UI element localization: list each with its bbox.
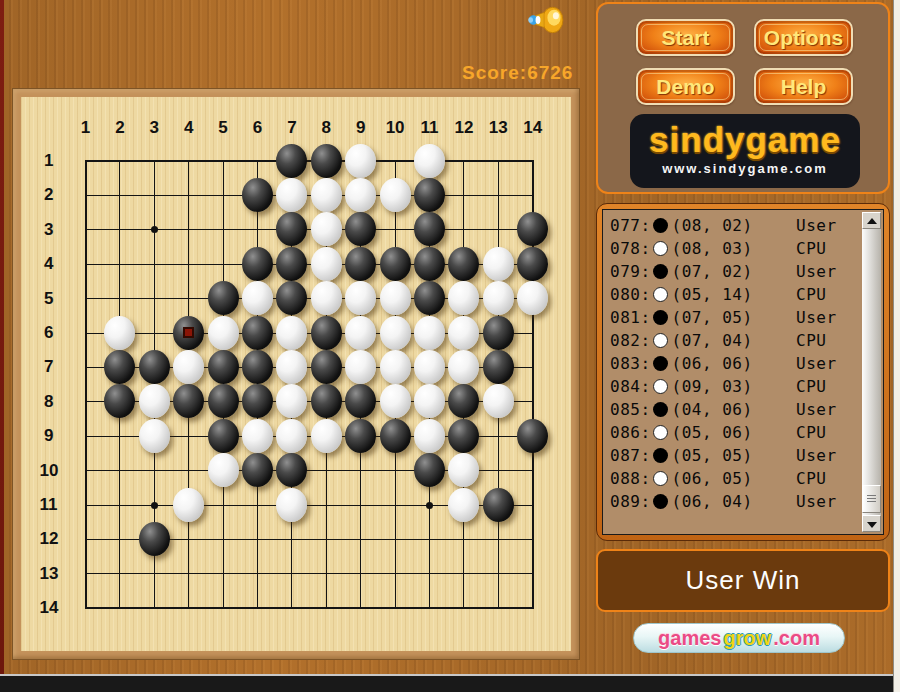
black-stone: [208, 419, 239, 453]
white-stone: [380, 178, 411, 212]
grid-line-horizontal: [85, 195, 534, 196]
scrollbar[interactable]: [862, 212, 881, 532]
black-stone: [276, 247, 307, 281]
options-button[interactable]: Options: [754, 19, 853, 56]
white-stone: [208, 453, 239, 487]
sindygame-logo[interactable]: sindygame www.sindygame.com: [630, 114, 860, 188]
white-stone: [276, 488, 307, 522]
row-label: 1: [40, 151, 68, 171]
move-coordinates: (06, 04): [672, 492, 753, 511]
move-coordinates: (06, 05): [672, 469, 753, 488]
move-number: 086:: [610, 421, 651, 444]
black-stone: [276, 144, 307, 178]
row-label: 5: [40, 289, 68, 309]
move-row[interactable]: 086:(05, 06)CPU: [603, 421, 883, 444]
move-number: 079:: [610, 260, 651, 283]
last-move-marker: [183, 327, 194, 338]
black-stone-icon: [653, 310, 668, 325]
black-stone: [448, 247, 479, 281]
row-label: 2: [40, 185, 68, 205]
white-stone: [380, 316, 411, 350]
black-stone: [380, 419, 411, 453]
row-label: 4: [40, 254, 68, 274]
black-stone: [483, 350, 514, 384]
column-label: 14: [519, 118, 547, 138]
move-coordinates: (07, 04): [672, 331, 753, 350]
black-stone: [414, 212, 445, 246]
white-stone: [208, 316, 239, 350]
white-stone: [276, 178, 307, 212]
black-stone: [208, 281, 239, 315]
move-coordinates: (08, 02): [672, 216, 753, 235]
gamesgrow-games-text: games: [658, 627, 721, 649]
black-stone: [517, 247, 548, 281]
gomoku-board[interactable]: 12345678910111213141234567891011121314: [21, 97, 571, 651]
column-label: 1: [72, 118, 100, 138]
start-button[interactable]: Start: [636, 19, 735, 56]
move-number: 084:: [610, 375, 651, 398]
white-stone: [448, 316, 479, 350]
move-player: User: [796, 398, 837, 421]
row-label: 3: [40, 220, 68, 240]
black-stone: [276, 281, 307, 315]
white-stone: [173, 488, 204, 522]
arrow-down-icon: [867, 522, 877, 528]
white-stone: [311, 247, 342, 281]
move-player: User: [796, 444, 837, 467]
white-stone: [311, 178, 342, 212]
black-stone-icon: [653, 448, 668, 463]
black-stone: [276, 212, 307, 246]
move-player: CPU: [796, 467, 826, 490]
black-stone-icon: [653, 264, 668, 279]
column-label: 2: [106, 118, 134, 138]
white-stone-icon: [653, 471, 668, 486]
black-stone-icon: [653, 218, 668, 233]
move-number: 088:: [610, 467, 651, 490]
black-stone: [242, 178, 273, 212]
move-player: CPU: [796, 329, 826, 352]
white-stone: [345, 281, 376, 315]
white-stone: [483, 281, 514, 315]
column-label: 6: [244, 118, 272, 138]
row-label: 14: [40, 598, 68, 618]
move-player: CPU: [796, 421, 826, 444]
black-stone: [345, 212, 376, 246]
black-stone: [345, 419, 376, 453]
white-stone: [380, 384, 411, 418]
move-number: 080:: [610, 283, 651, 306]
black-stone: [345, 247, 376, 281]
white-stone: [517, 281, 548, 315]
black-stone: [414, 247, 445, 281]
white-stone: [242, 281, 273, 315]
black-stone: [414, 178, 445, 212]
row-label: 9: [40, 426, 68, 446]
white-stone: [242, 419, 273, 453]
move-rows-container: 077:(08, 02)User078:(08, 03)CPU079:(07, …: [603, 210, 883, 513]
move-row[interactable]: 087:(05, 05)User: [603, 444, 883, 467]
grid-line-horizontal: [85, 607, 534, 609]
white-stone: [448, 453, 479, 487]
white-stone: [276, 316, 307, 350]
move-coordinates: (07, 05): [672, 308, 753, 327]
white-stone: [139, 419, 170, 453]
star-point: [151, 226, 158, 233]
move-player: User: [796, 214, 837, 237]
move-coordinates: (07, 02): [672, 262, 753, 281]
board-frame: 12345678910111213141234567891011121314: [12, 88, 580, 660]
column-label: 12: [450, 118, 478, 138]
column-label: 7: [278, 118, 306, 138]
white-stone: [414, 384, 445, 418]
white-stone: [483, 384, 514, 418]
white-stone-icon: [653, 333, 668, 348]
sindygame-logo-title: sindygame: [630, 120, 860, 160]
scrollbar-down-button[interactable]: [862, 515, 881, 532]
black-stone: [104, 350, 135, 384]
row-label: 8: [40, 392, 68, 412]
white-stone: [380, 350, 411, 384]
white-stone: [276, 384, 307, 418]
white-stone: [345, 350, 376, 384]
move-row[interactable]: 083:(06, 06)User: [603, 352, 883, 375]
column-label: 8: [312, 118, 340, 138]
black-stone: [173, 384, 204, 418]
move-player: User: [796, 260, 837, 283]
demo-button[interactable]: Demo: [636, 68, 735, 105]
white-stone: [448, 281, 479, 315]
black-stone: [483, 488, 514, 522]
black-stone: [276, 453, 307, 487]
move-player: CPU: [796, 283, 826, 306]
grid-line-vertical: [85, 160, 87, 609]
black-stone: [414, 453, 445, 487]
move-row[interactable]: 085:(04, 06)User: [603, 398, 883, 421]
move-coordinates: (09, 03): [672, 377, 753, 396]
sound-toggle-button[interactable]: [527, 4, 565, 36]
arrow-up-icon: [867, 218, 877, 224]
move-coordinates: (05, 06): [672, 423, 753, 442]
black-stone: [104, 384, 135, 418]
black-stone: [517, 419, 548, 453]
right-edge-strip: [893, 0, 900, 692]
row-label: 11: [40, 495, 68, 515]
white-stone: [276, 419, 307, 453]
black-stone: [448, 384, 479, 418]
white-stone: [448, 350, 479, 384]
white-stone-icon: [653, 379, 668, 394]
white-stone: [311, 212, 342, 246]
white-stone: [414, 419, 445, 453]
row-label: 7: [40, 357, 68, 377]
left-edge-strip: [0, 0, 4, 676]
move-row[interactable]: 078:(08, 03)CPU: [603, 237, 883, 260]
gamesgrow-grow-text: grow: [723, 627, 771, 649]
star-point: [151, 502, 158, 509]
scrollbar-thumb[interactable]: [862, 485, 881, 513]
white-stone-icon: [653, 287, 668, 302]
white-stone: [345, 144, 376, 178]
move-player: User: [796, 352, 837, 375]
black-stone: [448, 419, 479, 453]
black-stone-icon: [653, 402, 668, 417]
row-label: 10: [40, 461, 68, 481]
black-stone: [414, 281, 445, 315]
move-player: User: [796, 490, 837, 513]
gamesgrow-logo[interactable]: gamesgrow.com: [633, 623, 845, 653]
white-stone: [311, 281, 342, 315]
white-stone: [311, 419, 342, 453]
black-stone: [242, 453, 273, 487]
column-label: 3: [140, 118, 168, 138]
black-stone: [139, 350, 170, 384]
row-label: 13: [40, 564, 68, 584]
white-stone: [345, 316, 376, 350]
move-row[interactable]: 077:(08, 02)User: [603, 214, 883, 237]
black-stone: [311, 316, 342, 350]
white-stone: [414, 316, 445, 350]
black-stone: [311, 384, 342, 418]
move-player: CPU: [796, 237, 826, 260]
white-stone: [345, 178, 376, 212]
black-stone: [483, 316, 514, 350]
move-row[interactable]: 080:(05, 14)CPU: [603, 283, 883, 306]
row-label: 6: [40, 323, 68, 343]
bottom-black-bar: [0, 674, 900, 692]
row-label: 12: [40, 529, 68, 549]
move-coordinates: (05, 05): [672, 446, 753, 465]
column-label: 5: [209, 118, 237, 138]
move-number: 085:: [610, 398, 651, 421]
black-stone: [345, 384, 376, 418]
black-stone: [242, 350, 273, 384]
black-stone: [208, 350, 239, 384]
column-label: 4: [175, 118, 203, 138]
black-stone-icon: [653, 494, 668, 509]
black-stone: [242, 384, 273, 418]
sindygame-logo-url: www.sindygame.com: [630, 161, 860, 176]
score-display: Score:6726: [462, 62, 582, 84]
move-coordinates: (08, 03): [672, 239, 753, 258]
black-stone: [242, 316, 273, 350]
move-row[interactable]: 084:(09, 03)CPU: [603, 375, 883, 398]
white-stone: [139, 384, 170, 418]
thumb-grip-icon: [867, 495, 876, 496]
move-number: 078:: [610, 237, 651, 260]
black-stone: [139, 522, 170, 556]
move-row[interactable]: 082:(07, 04)CPU: [603, 329, 883, 352]
white-stone: [414, 144, 445, 178]
help-button[interactable]: Help: [754, 68, 853, 105]
move-number: 087:: [610, 444, 651, 467]
move-list: 077:(08, 02)User078:(08, 03)CPU079:(07, …: [602, 209, 884, 535]
move-player: User: [796, 306, 837, 329]
move-number: 081:: [610, 306, 651, 329]
move-row[interactable]: 079:(07, 02)User: [603, 260, 883, 283]
move-number: 083:: [610, 352, 651, 375]
move-history-panel: 077:(08, 02)User078:(08, 03)CPU079:(07, …: [596, 203, 890, 541]
move-number: 077:: [610, 214, 651, 237]
column-label: 11: [416, 118, 444, 138]
black-stone: [380, 247, 411, 281]
grid-line-horizontal: [85, 573, 534, 574]
column-label: 13: [484, 118, 512, 138]
grid-line-horizontal: [85, 160, 534, 162]
black-stone: [311, 144, 342, 178]
black-stone: [242, 247, 273, 281]
speaker-horn-icon: [527, 4, 565, 36]
gamesgrow-com-text: .com: [773, 627, 820, 649]
move-number: 089:: [610, 490, 651, 513]
move-player: CPU: [796, 375, 826, 398]
game-window: Score:6726 waflash 123456789101112131412…: [0, 0, 900, 692]
move-coordinates: (06, 06): [672, 354, 753, 373]
menu-panel: Start Options Demo Help sindygame www.si…: [596, 2, 890, 194]
black-stone: [173, 316, 204, 350]
white-stone-icon: [653, 241, 668, 256]
white-stone: [414, 350, 445, 384]
black-stone: [517, 212, 548, 246]
column-label: 9: [347, 118, 375, 138]
white-stone: [104, 316, 135, 350]
white-stone: [173, 350, 204, 384]
move-row[interactable]: 088:(06, 05)CPU: [603, 467, 883, 490]
white-stone: [276, 350, 307, 384]
black-stone-icon: [653, 356, 668, 371]
move-number: 082:: [610, 329, 651, 352]
black-stone: [208, 384, 239, 418]
move-row[interactable]: 081:(07, 05)User: [603, 306, 883, 329]
black-stone: [311, 350, 342, 384]
game-result-panel: User Win: [596, 549, 890, 612]
white-stone: [448, 488, 479, 522]
scrollbar-up-button[interactable]: [862, 212, 881, 229]
move-row[interactable]: 089:(06, 04)User: [603, 490, 883, 513]
white-stone: [483, 247, 514, 281]
move-coordinates: (05, 14): [672, 285, 753, 304]
star-point: [426, 502, 433, 509]
white-stone-icon: [653, 425, 668, 440]
white-stone: [380, 281, 411, 315]
column-label: 10: [381, 118, 409, 138]
move-coordinates: (04, 06): [672, 400, 753, 419]
game-result-text: User Win: [598, 551, 888, 610]
